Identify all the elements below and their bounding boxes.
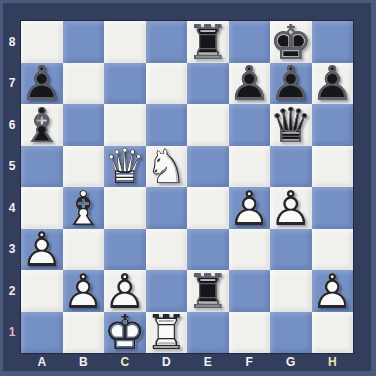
square-b7[interactable]	[63, 63, 105, 105]
white-rook-outline: ♖	[145, 308, 188, 356]
black-pawn-outline: ♙	[311, 59, 354, 107]
square-a2[interactable]	[21, 270, 63, 312]
square-c4[interactable]	[104, 187, 146, 229]
white-pawn-outline: ♙	[269, 184, 312, 232]
square-g6[interactable]: ♛♕	[270, 104, 312, 146]
square-e7[interactable]	[187, 63, 229, 105]
black-pawn[interactable]: ♟♙	[312, 63, 354, 105]
square-f6[interactable]	[229, 104, 271, 146]
white-pawn[interactable]: ♟♙	[312, 270, 354, 312]
white-king[interactable]: ♚♔	[104, 312, 146, 354]
square-e4[interactable]	[187, 187, 229, 229]
square-e1[interactable]	[187, 312, 229, 354]
chess-board: ♜♖♚♔♟♙♟♙♟♙♟♙♝♗♛♕♛♕♞♘♝♗♟♙♟♙♟♙♟♙♟♙♜♖♟♙♚♔♜♖	[21, 21, 353, 353]
white-pawn[interactable]: ♟♙	[63, 270, 105, 312]
square-g4[interactable]: ♟♙	[270, 187, 312, 229]
square-h6[interactable]	[312, 104, 354, 146]
black-pawn[interactable]: ♟♙	[229, 63, 271, 105]
black-queen[interactable]: ♛♕	[270, 104, 312, 146]
white-knight-outline: ♘	[145, 142, 188, 190]
square-b4[interactable]: ♝♗	[63, 187, 105, 229]
white-pawn-outline: ♙	[20, 225, 63, 273]
black-queen-outline: ♕	[269, 101, 312, 149]
black-rook[interactable]: ♜♖	[187, 270, 229, 312]
white-pawn-outline: ♙	[62, 267, 105, 315]
white-rook[interactable]: ♜♖	[146, 312, 188, 354]
square-a5[interactable]	[21, 146, 63, 188]
square-f3[interactable]	[229, 229, 271, 271]
black-pawn-outline: ♙	[228, 59, 271, 107]
black-rook-outline: ♖	[186, 267, 229, 315]
square-e6[interactable]	[187, 104, 229, 146]
square-b8[interactable]	[63, 21, 105, 63]
square-e5[interactable]	[187, 146, 229, 188]
white-bishop[interactable]: ♝♗	[63, 187, 105, 229]
white-queen-outline: ♕	[103, 142, 146, 190]
square-e8[interactable]: ♜♖	[187, 21, 229, 63]
square-f7[interactable]: ♟♙	[229, 63, 271, 105]
square-g3[interactable]	[270, 229, 312, 271]
white-king-outline: ♔	[103, 308, 146, 356]
white-bishop-outline: ♗	[62, 184, 105, 232]
white-pawn-outline: ♙	[311, 267, 354, 315]
square-h1[interactable]	[312, 312, 354, 354]
square-c8[interactable]	[104, 21, 146, 63]
square-f1[interactable]	[229, 312, 271, 354]
square-a6[interactable]: ♝♗	[21, 104, 63, 146]
square-h2[interactable]: ♟♙	[312, 270, 354, 312]
square-f2[interactable]	[229, 270, 271, 312]
square-h4[interactable]	[312, 187, 354, 229]
square-b1[interactable]	[63, 312, 105, 354]
square-g1[interactable]	[270, 312, 312, 354]
square-c1[interactable]: ♚♔	[104, 312, 146, 354]
square-b2[interactable]: ♟♙	[63, 270, 105, 312]
black-bishop[interactable]: ♝♗	[21, 104, 63, 146]
white-pawn[interactable]: ♟♙	[21, 229, 63, 271]
square-d1[interactable]: ♜♖	[146, 312, 188, 354]
square-d4[interactable]	[146, 187, 188, 229]
white-pawn-outline: ♙	[228, 184, 271, 232]
square-g2[interactable]	[270, 270, 312, 312]
square-d7[interactable]	[146, 63, 188, 105]
white-pawn[interactable]: ♟♙	[270, 187, 312, 229]
square-h5[interactable]	[312, 146, 354, 188]
white-knight[interactable]: ♞♘	[146, 146, 188, 188]
square-h7[interactable]: ♟♙	[312, 63, 354, 105]
square-e2[interactable]: ♜♖	[187, 270, 229, 312]
square-a1[interactable]	[21, 312, 63, 354]
black-bishop-outline: ♗	[20, 101, 63, 149]
square-d5[interactable]: ♞♘	[146, 146, 188, 188]
white-queen[interactable]: ♛♕	[104, 146, 146, 188]
square-f4[interactable]: ♟♙	[229, 187, 271, 229]
black-rook[interactable]: ♜♖	[187, 21, 229, 63]
square-b6[interactable]	[63, 104, 105, 146]
square-d3[interactable]	[146, 229, 188, 271]
black-rook-outline: ♖	[186, 18, 229, 66]
square-a3[interactable]: ♟♙	[21, 229, 63, 271]
square-d8[interactable]	[146, 21, 188, 63]
square-c7[interactable]	[104, 63, 146, 105]
white-pawn[interactable]: ♟♙	[229, 187, 271, 229]
square-c5[interactable]: ♛♕	[104, 146, 146, 188]
